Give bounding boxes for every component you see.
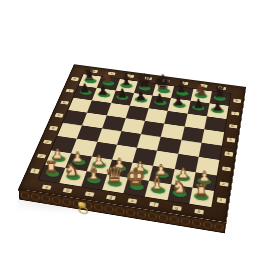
brass-clasp-icon xyxy=(77,201,88,215)
coordinate-tile-rank-5-left: 5 xyxy=(54,113,63,118)
chess-set-photo: aabbccddeeffgghh8877665544332211 ♜♞♝♛♚♝♞… xyxy=(0,0,265,265)
clasp-ring xyxy=(78,206,88,214)
rook-glyph: ♜ xyxy=(179,183,223,200)
chess-board: aabbccddeeffgghh8877665544332211 ♜♞♝♛♚♝♞… xyxy=(18,64,246,222)
scene: aabbccddeeffgghh8877665544332211 ♜♞♝♛♚♝♞… xyxy=(0,0,265,265)
